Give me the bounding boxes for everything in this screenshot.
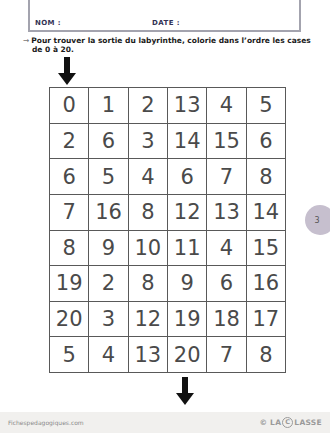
grid-cell-r4c4[interactable]: 12 [168, 195, 207, 231]
grid-cell-r1c2[interactable]: 1 [89, 88, 128, 124]
grid-cell-r4c5[interactable]: 13 [207, 195, 246, 231]
grid-cell-r3c4[interactable]: 6 [168, 159, 207, 195]
grid-cell-r3c2[interactable]: 5 [89, 159, 128, 195]
grid-cell-r3c1[interactable]: 6 [50, 159, 89, 195]
grid-cell-r6c5[interactable]: 6 [207, 266, 246, 302]
grid-cell-r8c5[interactable]: 7 [207, 337, 246, 373]
grid-cell-r4c3[interactable]: 8 [129, 195, 168, 231]
grid-cell-r7c2[interactable]: 3 [89, 302, 128, 338]
grid-cell-r5c1[interactable]: 8 [50, 231, 89, 267]
page-number: 3 [314, 216, 319, 225]
grid-cell-r4c1[interactable]: 7 [50, 195, 89, 231]
logo-rest: LASSE [294, 418, 322, 427]
footer-bar: Fichespedagogiques.com © LACLASSE [0, 412, 330, 433]
grid-cell-r1c3[interactable]: 2 [129, 88, 168, 124]
entry-arrow-icon [58, 57, 76, 85]
grid-cell-r2c4[interactable]: 14 [168, 124, 207, 160]
grid-cell-r7c4[interactable]: 19 [168, 302, 207, 338]
grid-cell-r2c2[interactable]: 6 [89, 124, 128, 160]
exit-arrow-head [176, 393, 194, 405]
grid-cell-r7c1[interactable]: 20 [50, 302, 89, 338]
grid-cell-r7c6[interactable]: 17 [247, 302, 286, 338]
grid-cell-r5c2[interactable]: 9 [89, 231, 128, 267]
date-label: DATE : [152, 19, 180, 27]
nom-label: NOM : [35, 19, 61, 27]
grid-cell-r3c3[interactable]: 4 [129, 159, 168, 195]
grid-cell-r4c6[interactable]: 14 [247, 195, 286, 231]
grid-cell-r5c4[interactable]: 11 [168, 231, 207, 267]
entry-arrow-head [58, 73, 76, 85]
exit-arrow-icon [176, 377, 194, 405]
grid-cell-r4c2[interactable]: 16 [89, 195, 128, 231]
website-credit: Fichespedagogiques.com [8, 419, 84, 426]
grid-cell-r8c1[interactable]: 5 [50, 337, 89, 373]
grid-cell-r7c5[interactable]: 18 [207, 302, 246, 338]
grid-cell-r6c2[interactable]: 2 [89, 266, 128, 302]
grid-cell-r6c3[interactable]: 8 [129, 266, 168, 302]
grid-cell-r5c3[interactable]: 10 [129, 231, 168, 267]
grid-cell-r3c6[interactable]: 8 [247, 159, 286, 195]
logo-circled-c-icon: C [282, 417, 293, 428]
grid-cell-r2c3[interactable]: 3 [129, 124, 168, 160]
laclasse-logo: © LACLASSE [259, 417, 322, 428]
logo-copyright: © LA [259, 418, 281, 427]
grid-cell-r8c4[interactable]: 20 [168, 337, 207, 373]
entry-arrow-stem [64, 57, 70, 73]
grid-cell-r5c6[interactable]: 15 [247, 231, 286, 267]
grid-cell-r1c1[interactable]: 0 [50, 88, 89, 124]
grid-cell-r7c3[interactable]: 12 [129, 302, 168, 338]
grid-cell-r6c6[interactable]: 16 [247, 266, 286, 302]
grid-cell-r6c4[interactable]: 9 [168, 266, 207, 302]
grid-cell-r8c2[interactable]: 4 [89, 337, 128, 373]
name-date-box: NOM : DATE : [28, 0, 301, 32]
grid-cell-r3c5[interactable]: 7 [207, 159, 246, 195]
instruction-line2: de 0 à 20. [32, 46, 315, 55]
number-grid: 0121345263141566546787168121314891011415… [49, 87, 286, 373]
grid-cell-r2c1[interactable]: 2 [50, 124, 89, 160]
grid-cell-r2c6[interactable]: 6 [247, 124, 286, 160]
exit-arrow-stem [182, 377, 188, 393]
instruction-line1-text: Pour trouver la sortie du labyrinthe, co… [31, 36, 311, 45]
grid-cell-r2c5[interactable]: 15 [207, 124, 246, 160]
grid-cell-r1c6[interactable]: 5 [247, 88, 286, 124]
grid-cell-r8c6[interactable]: 8 [247, 337, 286, 373]
grid-cell-r6c1[interactable]: 19 [50, 266, 89, 302]
bullet-arrow-icon: → [23, 36, 29, 45]
grid-cell-r1c4[interactable]: 13 [168, 88, 207, 124]
grid-cell-r5c5[interactable]: 4 [207, 231, 246, 267]
worksheet-page: NOM : DATE : →Pour trouver la sortie du … [0, 0, 330, 433]
instruction-text: →Pour trouver la sortie du labyrinthe, c… [23, 37, 315, 54]
grid-cell-r8c3[interactable]: 13 [129, 337, 168, 373]
page-number-badge: 3 [305, 205, 330, 235]
grid-cell-r1c5[interactable]: 4 [207, 88, 246, 124]
